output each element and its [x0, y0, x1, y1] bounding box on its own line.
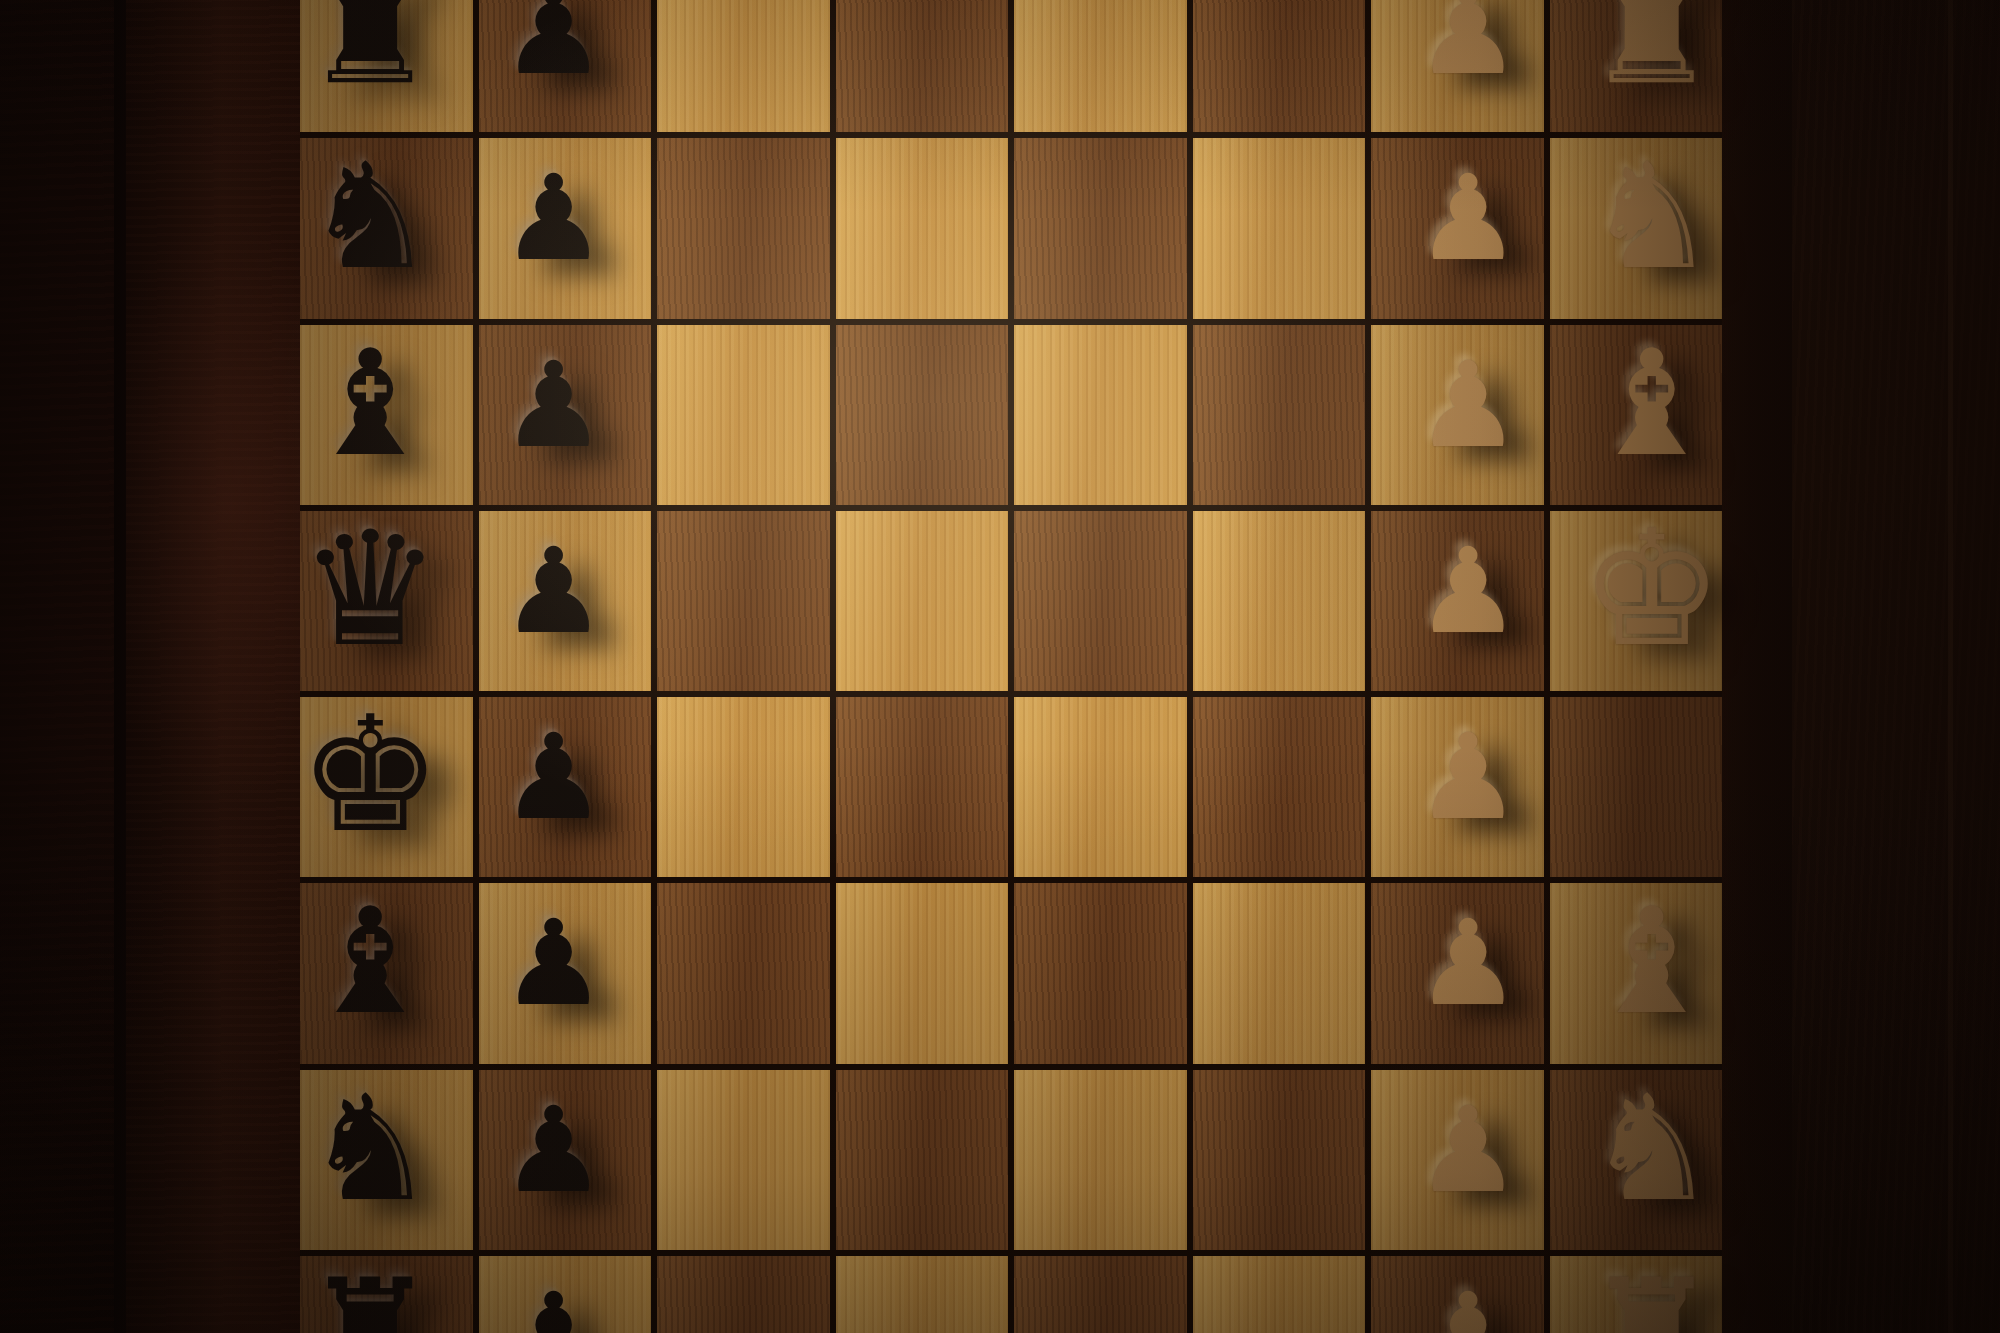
- square-a2[interactable]: ♟: [1371, 0, 1544, 132]
- square-d6[interactable]: [657, 511, 830, 691]
- square-e8[interactable]: ♚: [300, 697, 473, 877]
- square-e1[interactable]: [1550, 697, 1723, 877]
- square-g2[interactable]: ♟: [1371, 1070, 1544, 1250]
- piece-white-pawn[interactable]: ♟: [1415, 718, 1521, 836]
- piece-white-knight[interactable]: ♞: [1586, 1075, 1717, 1221]
- square-d3[interactable]: [1193, 511, 1366, 691]
- square-c1[interactable]: ♝: [1550, 325, 1723, 505]
- piece-black-bishop[interactable]: ♝: [305, 330, 436, 476]
- piece-black-rook[interactable]: ♜: [303, 1259, 437, 1333]
- piece-white-pawn[interactable]: ♟: [1415, 0, 1521, 91]
- piece-white-bishop[interactable]: ♝: [1586, 330, 1717, 476]
- piece-white-knight[interactable]: ♞: [1586, 143, 1717, 289]
- piece-white-pawn[interactable]: ♟: [1415, 1277, 1521, 1333]
- square-h1[interactable]: ♜: [1550, 1256, 1723, 1333]
- piece-white-bishop[interactable]: ♝: [1586, 888, 1717, 1034]
- piece-black-rook[interactable]: ♜: [303, 0, 437, 105]
- chess-photo-scene: ♜♟♟♜♞♟♟♞♝♟♟♝♛♟♟♚♚♟♟♝♟♟♝♞♟♟♞♜♟♟♜: [0, 0, 2000, 1333]
- square-a5[interactable]: [836, 0, 1009, 132]
- board-frame-left: [126, 0, 300, 1333]
- square-g4[interactable]: [1014, 1070, 1187, 1250]
- square-f2[interactable]: ♟: [1371, 883, 1544, 1063]
- piece-black-king[interactable]: ♚: [299, 695, 442, 855]
- square-f5[interactable]: [836, 883, 1009, 1063]
- table-surface-right: [1792, 0, 2000, 1333]
- square-b7[interactable]: ♟: [479, 138, 652, 318]
- square-a1[interactable]: ♜: [1550, 0, 1723, 132]
- square-e3[interactable]: [1193, 697, 1366, 877]
- piece-black-pawn[interactable]: ♟: [501, 532, 607, 650]
- table-surface-left: [0, 0, 116, 1333]
- piece-white-king[interactable]: ♚: [1580, 509, 1723, 669]
- square-d5[interactable]: [836, 511, 1009, 691]
- square-b2[interactable]: ♟: [1371, 138, 1544, 318]
- board-frame-right: [1722, 0, 1792, 1333]
- square-g1[interactable]: ♞: [1550, 1070, 1723, 1250]
- square-f4[interactable]: [1014, 883, 1187, 1063]
- square-d7[interactable]: ♟: [479, 511, 652, 691]
- piece-black-pawn[interactable]: ♟: [501, 0, 607, 91]
- square-a4[interactable]: [1014, 0, 1187, 132]
- piece-black-pawn[interactable]: ♟: [501, 346, 607, 464]
- square-c4[interactable]: [1014, 325, 1187, 505]
- square-a3[interactable]: [1193, 0, 1366, 132]
- square-c2[interactable]: ♟: [1371, 325, 1544, 505]
- square-e4[interactable]: [1014, 697, 1187, 877]
- chess-board: ♜♟♟♜♞♟♟♞♝♟♟♝♛♟♟♚♚♟♟♝♟♟♝♞♟♟♞♜♟♟♜: [300, 0, 1722, 1333]
- piece-black-pawn[interactable]: ♟: [501, 904, 607, 1022]
- square-e7[interactable]: ♟: [479, 697, 652, 877]
- square-h5[interactable]: [836, 1256, 1009, 1333]
- square-h8[interactable]: ♜: [300, 1256, 473, 1333]
- square-c7[interactable]: ♟: [479, 325, 652, 505]
- table-plank-seam: [1948, 0, 1953, 1333]
- square-g7[interactable]: ♟: [479, 1070, 652, 1250]
- square-f3[interactable]: [1193, 883, 1366, 1063]
- piece-black-pawn[interactable]: ♟: [501, 718, 607, 836]
- square-f6[interactable]: [657, 883, 830, 1063]
- square-d1[interactable]: ♚: [1550, 511, 1723, 691]
- square-g6[interactable]: [657, 1070, 830, 1250]
- square-h3[interactable]: [1193, 1256, 1366, 1333]
- piece-white-pawn[interactable]: ♟: [1415, 532, 1521, 650]
- square-b4[interactable]: [1014, 138, 1187, 318]
- piece-white-pawn[interactable]: ♟: [1415, 904, 1521, 1022]
- table-board-seam: [114, 0, 126, 1333]
- piece-white-pawn[interactable]: ♟: [1415, 346, 1521, 464]
- square-h2[interactable]: ♟: [1371, 1256, 1544, 1333]
- square-b5[interactable]: [836, 138, 1009, 318]
- piece-black-pawn[interactable]: ♟: [501, 1091, 607, 1209]
- square-b3[interactable]: [1193, 138, 1366, 318]
- piece-white-rook[interactable]: ♜: [1585, 1259, 1719, 1333]
- square-d8[interactable]: ♛: [300, 511, 473, 691]
- square-e6[interactable]: [657, 697, 830, 877]
- square-c5[interactable]: [836, 325, 1009, 505]
- square-b8[interactable]: ♞: [300, 138, 473, 318]
- square-d4[interactable]: [1014, 511, 1187, 691]
- square-a7[interactable]: ♟: [479, 0, 652, 132]
- square-e2[interactable]: ♟: [1371, 697, 1544, 877]
- square-c3[interactable]: [1193, 325, 1366, 505]
- square-f1[interactable]: ♝: [1550, 883, 1723, 1063]
- piece-black-pawn[interactable]: ♟: [501, 159, 607, 277]
- piece-white-pawn[interactable]: ♟: [1415, 1091, 1521, 1209]
- square-a6[interactable]: [657, 0, 830, 132]
- piece-white-pawn[interactable]: ♟: [1415, 159, 1521, 277]
- piece-black-pawn[interactable]: ♟: [501, 1277, 607, 1333]
- square-h7[interactable]: ♟: [479, 1256, 652, 1333]
- square-g8[interactable]: ♞: [300, 1070, 473, 1250]
- piece-black-knight[interactable]: ♞: [305, 1075, 436, 1221]
- square-h6[interactable]: [657, 1256, 830, 1333]
- square-g5[interactable]: [836, 1070, 1009, 1250]
- piece-black-knight[interactable]: ♞: [305, 143, 436, 289]
- piece-white-rook[interactable]: ♜: [1585, 0, 1719, 105]
- square-a8[interactable]: ♜: [300, 0, 473, 132]
- piece-black-queen[interactable]: ♛: [299, 510, 441, 668]
- square-g3[interactable]: [1193, 1070, 1366, 1250]
- piece-black-bishop[interactable]: ♝: [305, 888, 436, 1034]
- square-b1[interactable]: ♞: [1550, 138, 1723, 318]
- square-c8[interactable]: ♝: [300, 325, 473, 505]
- square-c6[interactable]: [657, 325, 830, 505]
- square-f7[interactable]: ♟: [479, 883, 652, 1063]
- square-b6[interactable]: [657, 138, 830, 318]
- square-h4[interactable]: [1014, 1256, 1187, 1333]
- square-f8[interactable]: ♝: [300, 883, 473, 1063]
- square-d2[interactable]: ♟: [1371, 511, 1544, 691]
- square-e5[interactable]: [836, 697, 1009, 877]
